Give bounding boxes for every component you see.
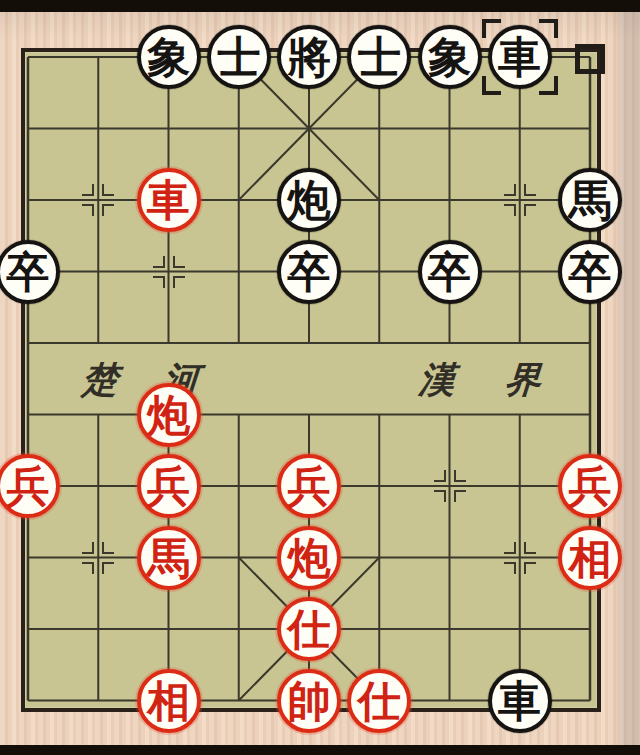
- point-marker-corner: [504, 204, 516, 216]
- piece-red-elephant[interactable]: 相: [137, 669, 201, 733]
- piece-black-soldier[interactable]: 卒: [418, 240, 482, 304]
- piece-red-soldier[interactable]: 兵: [277, 454, 341, 518]
- point-marker-corner: [434, 490, 446, 502]
- point-marker-corner: [524, 542, 536, 554]
- point-marker-corner: [102, 184, 114, 196]
- letterbox-top: [0, 0, 640, 12]
- bracket-corner-icon: [539, 19, 558, 38]
- piece-red-chariot[interactable]: 車: [137, 168, 201, 232]
- point-marker-icon: [504, 542, 536, 574]
- piece-black-soldier[interactable]: 卒: [558, 240, 622, 304]
- point-marker-icon: [82, 542, 114, 574]
- piece-red-soldier[interactable]: 兵: [137, 454, 201, 518]
- piece-red-soldier[interactable]: 兵: [558, 454, 622, 518]
- point-marker-corner: [82, 204, 94, 216]
- point-marker-corner: [434, 470, 446, 482]
- point-marker-icon: [82, 184, 114, 216]
- move-origin-marker: [575, 44, 605, 74]
- point-marker-corner: [504, 562, 516, 574]
- point-marker-corner: [504, 184, 516, 196]
- point-marker-corner: [82, 542, 94, 554]
- point-marker-corner: [102, 204, 114, 216]
- point-marker-icon: [504, 184, 536, 216]
- piece-black-elephant[interactable]: 象: [418, 25, 482, 89]
- piece-red-horse[interactable]: 馬: [137, 526, 201, 590]
- piece-black-general[interactable]: 將: [277, 25, 341, 89]
- piece-red-advisor[interactable]: 仕: [277, 597, 341, 661]
- piece-red-elephant[interactable]: 相: [558, 526, 622, 590]
- piece-red-general[interactable]: 帥: [277, 669, 341, 733]
- piece-black-soldier[interactable]: 卒: [0, 240, 60, 304]
- piece-black-chariot[interactable]: 車: [488, 669, 552, 733]
- point-marker-icon: [434, 470, 466, 502]
- point-marker-corner: [82, 184, 94, 196]
- piece-red-cannon[interactable]: 炮: [137, 383, 201, 447]
- point-marker-corner: [173, 276, 185, 288]
- river-char-han: 漢: [418, 361, 457, 397]
- point-marker-icon: [153, 256, 185, 288]
- piece-red-cannon[interactable]: 炮: [277, 526, 341, 590]
- piece-black-soldier[interactable]: 卒: [277, 240, 341, 304]
- point-marker-corner: [82, 562, 94, 574]
- bracket-corner-icon: [539, 76, 558, 95]
- point-marker-corner: [153, 256, 165, 268]
- selected-piece-bracket: [482, 19, 558, 95]
- letterbox-bottom: [0, 745, 640, 755]
- piece-red-advisor[interactable]: 仕: [347, 669, 411, 733]
- point-marker-corner: [524, 184, 536, 196]
- point-marker-corner: [504, 542, 516, 554]
- bracket-corner-icon: [482, 76, 501, 95]
- piece-black-advisor[interactable]: 士: [207, 25, 271, 89]
- point-marker-corner: [102, 542, 114, 554]
- piece-black-cannon[interactable]: 炮: [277, 168, 341, 232]
- river-char-jie: 界: [504, 361, 543, 397]
- river-char-chu: 楚: [81, 361, 120, 397]
- xiangqi-game-screen: 楚 河 漢 界 象士將士象車車炮馬卒卒卒卒炮兵兵兵兵馬炮相仕相帥仕車: [0, 0, 640, 755]
- point-marker-corner: [173, 256, 185, 268]
- piece-black-horse[interactable]: 馬: [558, 168, 622, 232]
- piece-black-elephant[interactable]: 象: [137, 25, 201, 89]
- point-marker-corner: [454, 490, 466, 502]
- point-marker-corner: [102, 562, 114, 574]
- bracket-corner-icon: [482, 19, 501, 38]
- piece-black-advisor[interactable]: 士: [347, 25, 411, 89]
- point-marker-corner: [524, 204, 536, 216]
- point-marker-corner: [153, 276, 165, 288]
- point-marker-corner: [524, 562, 536, 574]
- point-marker-corner: [454, 470, 466, 482]
